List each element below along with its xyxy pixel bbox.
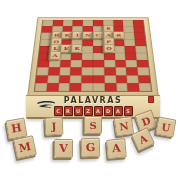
board-square[interactable]	[48, 68, 60, 76]
board-square[interactable]	[137, 60, 149, 67]
board-square[interactable]	[70, 68, 81, 76]
board-square[interactable]	[37, 68, 49, 76]
board-square[interactable]	[82, 39, 93, 46]
loose-tile[interactable]: S	[84, 116, 102, 134]
board-square[interactable]	[114, 39, 125, 46]
board-square[interactable]	[104, 60, 115, 67]
board-square[interactable]	[93, 60, 104, 67]
board-square[interactable]	[82, 68, 93, 76]
board-square[interactable]	[135, 46, 146, 53]
board-square[interactable]	[60, 53, 71, 60]
board-square[interactable]	[104, 75, 116, 83]
board-square[interactable]	[93, 75, 104, 83]
product-photo-palavras-cruzadas: SBRINCAROPLEROA PALAVRAS CRUZADAS HJSNDU…	[0, 0, 178, 178]
board-tile[interactable]: R	[71, 45, 82, 53]
board-tile[interactable]: O	[103, 45, 114, 53]
loose-tile[interactable]: J	[45, 117, 64, 136]
board-square[interactable]	[49, 60, 61, 67]
board-square[interactable]	[137, 68, 149, 76]
board-square[interactable]	[71, 60, 82, 67]
board-square[interactable]	[116, 83, 128, 91]
board-square[interactable]	[127, 75, 139, 83]
subtitle-letter-tile: C	[54, 106, 63, 116]
board-square[interactable]	[116, 75, 128, 83]
board-square[interactable]	[82, 53, 93, 60]
board-square[interactable]	[135, 39, 146, 46]
board-square[interactable]	[125, 46, 136, 53]
box-subtitle: CRUZADAS	[54, 106, 133, 116]
subtitle-letter-tile: D	[104, 106, 113, 116]
board-square[interactable]	[38, 53, 50, 60]
loose-tile[interactable]: G	[81, 138, 101, 158]
subtitle-letter-tile: A	[114, 106, 123, 116]
board-square[interactable]	[115, 68, 127, 76]
loose-tile[interactable]: V	[54, 139, 73, 158]
game-box-top: SBRINCAROPLEROA	[27, 17, 159, 97]
board-square[interactable]	[81, 83, 93, 91]
board-square[interactable]	[115, 60, 126, 67]
board-square[interactable]	[125, 53, 136, 60]
loose-tile[interactable]: A	[131, 127, 155, 151]
board-square[interactable]	[126, 60, 138, 67]
board-square[interactable]	[93, 46, 104, 53]
board-tile[interactable]: C	[93, 31, 104, 38]
board-square[interactable]	[59, 75, 71, 83]
red-corner-sticker	[148, 96, 154, 103]
board-square[interactable]	[82, 46, 93, 53]
board-tile[interactable]: I	[72, 31, 83, 38]
board-square[interactable]	[104, 53, 115, 60]
subtitle-letter-tile: A	[94, 106, 103, 116]
board-square[interactable]	[46, 83, 58, 91]
board-square[interactable]	[70, 75, 82, 83]
loose-tile[interactable]: U	[156, 117, 177, 138]
board-square[interactable]	[93, 68, 104, 76]
board-square[interactable]	[70, 83, 82, 91]
board-square[interactable]	[93, 83, 105, 91]
board-square[interactable]	[93, 39, 104, 46]
subtitle-letter-tile: U	[74, 106, 83, 116]
board-square[interactable]	[37, 60, 49, 67]
box-title: PALAVRAS	[64, 97, 122, 105]
board-square[interactable]	[59, 68, 71, 76]
board-square[interactable]	[35, 83, 47, 91]
board-square[interactable]	[36, 75, 48, 83]
board-square[interactable]	[124, 39, 135, 46]
board-square[interactable]	[136, 53, 148, 60]
board-square[interactable]	[82, 75, 93, 83]
subtitle-letter-tile: Z	[84, 106, 93, 116]
board-tile[interactable]: A	[49, 51, 61, 59]
board-square[interactable]	[104, 68, 115, 76]
board-square[interactable]	[139, 83, 151, 91]
board-square[interactable]	[71, 53, 82, 60]
board-square[interactable]	[60, 60, 71, 67]
loose-tile[interactable]: M	[13, 135, 37, 159]
board-square[interactable]	[104, 83, 116, 91]
board-tile[interactable]: R	[113, 31, 124, 38]
board-square[interactable]	[126, 68, 138, 76]
loose-tile[interactable]: A	[106, 138, 127, 159]
board-square[interactable]	[58, 83, 70, 91]
board-square[interactable]	[114, 46, 125, 53]
board-square[interactable]	[115, 53, 126, 60]
board-tile[interactable]: N	[82, 31, 93, 38]
board-square[interactable]	[138, 75, 150, 83]
board-square[interactable]	[93, 53, 104, 60]
subtitle-letter-tile: S	[124, 106, 133, 116]
board-square[interactable]	[82, 60, 93, 67]
board-square[interactable]	[47, 75, 59, 83]
board-grid: SBRINCAROPLEROA	[35, 20, 152, 91]
subtitle-letter-tile: R	[64, 106, 73, 116]
loose-tile[interactable]: N	[114, 116, 134, 136]
board-square[interactable]	[127, 83, 139, 91]
